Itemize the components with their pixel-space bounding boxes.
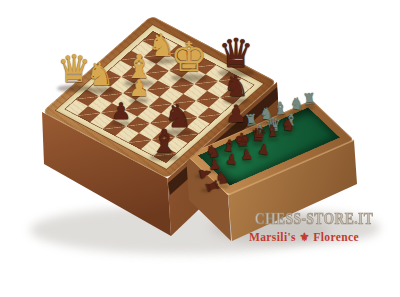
watermark: CHESS-STORE.IT Marsili's ⚜ Florence <box>240 209 368 244</box>
product-photo-scene: ♜♞♝♞♜♝♛♝♞♝♚♛♝♞♟♟♟♟♟♜♞ ♛♞♝♟♞♚♛♞♟♟♞♝ CHESS… <box>0 0 400 297</box>
watermark-brand-line: Marsili's ⚜ Florence <box>240 230 368 244</box>
watermark-shop-name: CHESS-STORE.IT <box>255 209 373 229</box>
